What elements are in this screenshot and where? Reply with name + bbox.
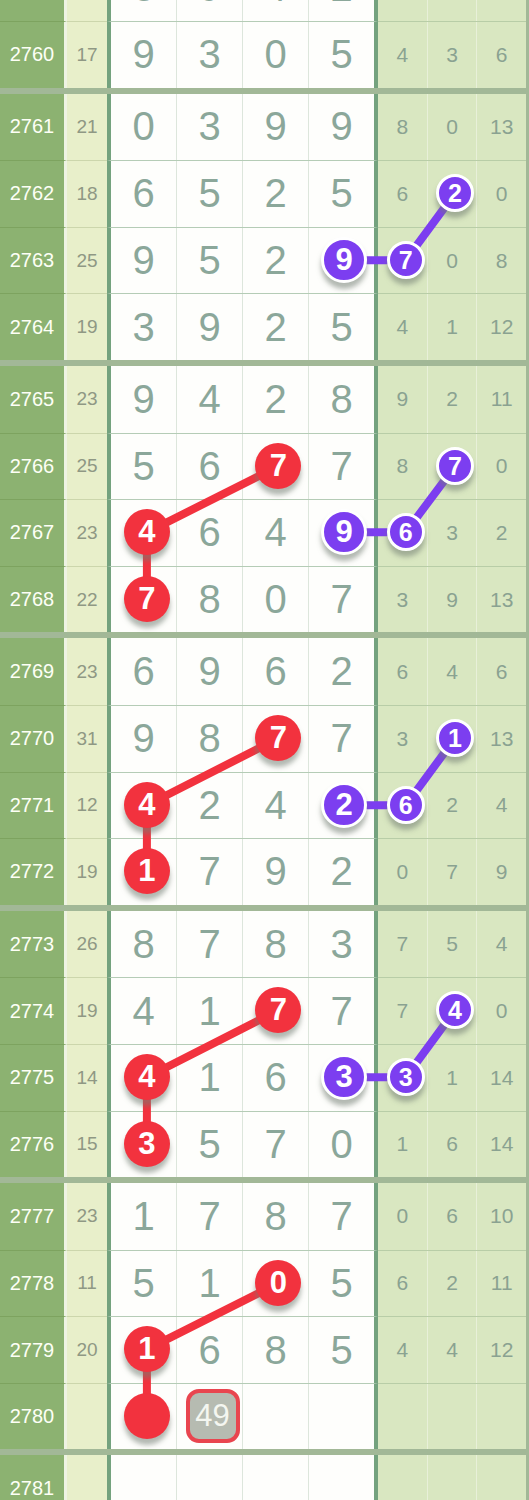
digit-cell <box>308 228 374 294</box>
digit-cell: 6 <box>176 1317 242 1383</box>
digit-cell <box>111 1384 176 1450</box>
stat-cell: 9 <box>476 839 526 905</box>
period-cell: 2778 <box>0 1250 67 1317</box>
stat-cell <box>378 1045 427 1111</box>
stat-cell <box>378 1384 427 1450</box>
sum-cell: 22 <box>67 566 107 633</box>
digit-cell: 2 <box>308 839 374 905</box>
sum-cell: 11 <box>67 1250 107 1317</box>
digit-cell <box>242 706 308 772</box>
stat-cells: 24 <box>378 772 526 839</box>
stat-cells: 4412 <box>378 1316 526 1383</box>
digit-cells: 16 <box>107 1044 378 1111</box>
digit-cells: 567 <box>107 433 378 500</box>
stat-cell: 9 <box>427 567 477 633</box>
period-cell: 2776 <box>0 1111 67 1178</box>
sum-cell <box>67 1383 107 1450</box>
chart-row-inner: 2767236432 <box>0 499 529 566</box>
stat-cells: 32 <box>378 499 526 566</box>
digit-cell: 0 <box>111 94 176 161</box>
digit-cell: 4 <box>176 366 242 433</box>
digit-cells: 9428 <box>107 366 378 433</box>
digit-cell: 6 <box>111 638 176 705</box>
digit-cell: 5 <box>176 228 242 294</box>
digit-cells: 792 <box>107 838 378 905</box>
stat-cell: 6 <box>378 638 427 705</box>
stat-cells: 532 <box>378 0 526 21</box>
stat-cells: 70 <box>378 977 526 1044</box>
trend-chart-board: 2759278942532276017930543627612103998013… <box>0 0 529 1500</box>
stat-cell: 4 <box>378 294 427 360</box>
stat-cell: 11 <box>476 1251 526 1317</box>
chart-row-inner: 276218652560 <box>0 160 529 227</box>
stat-cell <box>378 773 427 839</box>
stat-cell: 13 <box>476 94 526 161</box>
digit-cell: 2 <box>308 0 374 21</box>
digit-cell: 2 <box>242 366 308 433</box>
stat-cell: 12 <box>476 294 526 360</box>
stat-cells <box>378 1455 526 1500</box>
digit-cell: 7 <box>308 1183 374 1250</box>
sum-cell: 23 <box>67 1183 107 1250</box>
digit-cell: 1 <box>111 1183 176 1250</box>
chart-row-inner: 2760179305436 <box>0 21 529 88</box>
sum-cell: 19 <box>67 838 107 905</box>
digit-cell <box>111 1455 176 1500</box>
chart-row-2769: 2769236962646 <box>0 638 529 705</box>
stat-cell: 2 <box>427 1251 477 1317</box>
chart-row-inner: 27641939254112 <box>0 293 529 360</box>
stat-cell: 0 <box>427 94 477 161</box>
chart-row-inner: 2769236962646 <box>0 638 529 705</box>
digit-cells: 807 <box>107 566 378 633</box>
period-cell: 2768 <box>0 566 67 633</box>
stat-cell: 0 <box>476 978 526 1044</box>
digit-cell: 2 <box>242 161 308 227</box>
chart-row-inner: 27612103998013 <box>0 94 529 161</box>
digit-cell <box>111 1317 176 1383</box>
digit-cell: 1 <box>176 1045 242 1111</box>
stat-cells: 9211 <box>378 366 526 433</box>
digit-cell: 5 <box>308 1317 374 1383</box>
chart-row-2777: 27772317870610 <box>0 1183 529 1250</box>
sum-cell: 15 <box>67 1111 107 1178</box>
digit-cell: 0 <box>242 567 308 633</box>
stat-cell <box>476 1455 526 1500</box>
stat-cell <box>427 978 477 1044</box>
stat-cells: 079 <box>378 838 526 905</box>
digit-cell: 2 <box>242 228 308 294</box>
stat-cell <box>427 1455 477 1500</box>
stat-cells: 80 <box>378 433 526 500</box>
period-cell: 2771 <box>0 772 67 839</box>
period-cell: 2765 <box>0 366 67 433</box>
sum-cell: 26 <box>67 911 107 978</box>
chart-row-2770: 277031987313 <box>0 705 529 772</box>
chart-row-2761: 27612103998013 <box>0 94 529 161</box>
digit-cells <box>107 1383 378 1450</box>
stat-cell: 6 <box>378 161 427 227</box>
chart-row-2764: 27641939254112 <box>0 293 529 360</box>
period-cell: 2763 <box>0 227 67 294</box>
digit-cell: 4 <box>242 773 308 839</box>
chart-row-2766: 27662556780 <box>0 433 529 500</box>
stat-cells <box>378 1383 526 1450</box>
sum-cell <box>67 1455 107 1500</box>
digit-cell: 8 <box>111 911 176 978</box>
chart-row-2759: 2759278942532 <box>0 0 529 21</box>
digit-cell: 5 <box>308 22 374 88</box>
stat-cell: 0 <box>476 161 526 227</box>
sum-cell: 25 <box>67 433 107 500</box>
stat-cell: 8 <box>378 434 427 500</box>
stat-cell: 5 <box>427 911 477 978</box>
digit-cell: 4 <box>242 0 308 21</box>
period-cell: 2780 <box>0 1383 67 1450</box>
digit-cell: 2 <box>308 638 374 705</box>
digit-cell <box>308 1384 374 1450</box>
stat-cell <box>427 1384 477 1450</box>
period-cell: 2770 <box>0 705 67 772</box>
stat-cell: 3 <box>427 22 477 88</box>
stat-cell: 9 <box>378 366 427 433</box>
stat-cell: 6 <box>378 1251 427 1317</box>
digit-cells: 3925 <box>107 293 378 360</box>
digit-cell <box>242 434 308 500</box>
digit-cell: 3 <box>308 911 374 978</box>
sum-cell: 20 <box>67 1316 107 1383</box>
stat-cell: 13 <box>476 706 526 772</box>
stat-cells: 8013 <box>378 94 526 161</box>
digit-cell: 9 <box>111 228 176 294</box>
digit-cell <box>242 978 308 1044</box>
chart-row-inner: 2781 <box>0 1455 529 1500</box>
stat-cell: 6 <box>427 1112 477 1178</box>
digit-cells: 24 <box>107 772 378 839</box>
stat-cell: 5 <box>378 0 427 21</box>
chart-row-inner: 2776155701614 <box>0 1111 529 1178</box>
digit-cell: 9 <box>111 366 176 433</box>
stat-cell: 7 <box>378 978 427 1044</box>
digit-cell <box>111 567 176 633</box>
stat-cell: 4 <box>476 773 526 839</box>
stat-cell: 3 <box>378 706 427 772</box>
chart-row-inner: 27741941770 <box>0 977 529 1044</box>
digit-cell: 7 <box>308 978 374 1044</box>
digit-cell: 5 <box>111 434 176 500</box>
digit-cell: 2 <box>242 294 308 360</box>
digit-cell: 9 <box>242 94 308 161</box>
period-cell: 2769 <box>0 638 67 705</box>
digit-cells: 9305 <box>107 21 378 88</box>
digit-cell <box>242 1455 308 1500</box>
stat-cell: 6 <box>476 638 526 705</box>
stat-cell: 1 <box>427 294 477 360</box>
stat-cell: 0 <box>378 1183 427 1250</box>
stat-cell: 7 <box>427 839 477 905</box>
chart-row-inner: 2759278942532 <box>0 0 529 21</box>
stat-cells: 1614 <box>378 1111 526 1178</box>
chart-row-inner: 27632595208 <box>0 227 529 294</box>
stat-cells: 60 <box>378 160 526 227</box>
digit-cell <box>176 1455 242 1500</box>
digit-cell: 0 <box>308 1112 374 1178</box>
period-cell: 2775 <box>0 1044 67 1111</box>
digit-cell: 5 <box>176 161 242 227</box>
sum-cell: 12 <box>67 772 107 839</box>
chart-row-2771: 2771122424 <box>0 772 529 839</box>
chart-row-2780: 2780 <box>0 1383 529 1450</box>
stat-cells: 3913 <box>378 566 526 633</box>
digit-cell: 4 <box>111 978 176 1044</box>
chart-row-2775: 27751416114 <box>0 1044 529 1111</box>
stat-cell <box>378 228 427 294</box>
sum-cell: 23 <box>67 499 107 566</box>
digit-cells: 8783 <box>107 911 378 978</box>
digit-cell: 1 <box>176 1251 242 1317</box>
stat-cell: 6 <box>476 22 526 88</box>
period-cell: 2773 <box>0 911 67 978</box>
chart-row-2768: 2768228073913 <box>0 566 529 633</box>
digit-cell: 2 <box>176 773 242 839</box>
digit-cell: 3 <box>176 94 242 161</box>
chart-row-2772: 277219792079 <box>0 838 529 905</box>
digit-cells: 6962 <box>107 638 378 705</box>
sum-cell: 19 <box>67 293 107 360</box>
digit-cell: 7 <box>308 434 374 500</box>
digit-cell: 8 <box>176 706 242 772</box>
stat-cell: 8 <box>378 94 427 161</box>
stat-cell: 4 <box>427 1317 477 1383</box>
digit-cells: 6525 <box>107 160 378 227</box>
period-cell: 2772 <box>0 838 67 905</box>
sum-cell: 23 <box>67 638 107 705</box>
chart-row-inner: 27662556780 <box>0 433 529 500</box>
digit-cells: 685 <box>107 1316 378 1383</box>
stat-cell: 13 <box>476 567 526 633</box>
stat-cell <box>427 161 477 227</box>
digit-cells: 64 <box>107 499 378 566</box>
digit-cell <box>111 1112 176 1178</box>
digit-cell: 8 <box>111 0 176 21</box>
period-cell: 2760 <box>0 21 67 88</box>
stat-cell <box>378 1455 427 1500</box>
stat-cells: 646 <box>378 638 526 705</box>
digit-cells: 987 <box>107 705 378 772</box>
stat-cell: 6 <box>427 1183 477 1250</box>
sum-cell: 14 <box>67 1044 107 1111</box>
stat-cell: 10 <box>476 1183 526 1250</box>
stat-cell: 0 <box>378 839 427 905</box>
period-cell: 2779 <box>0 1316 67 1383</box>
stat-cell: 2 <box>476 500 526 566</box>
chart-row-2781: 2781 <box>0 1455 529 1500</box>
stat-cells: 0610 <box>378 1183 526 1250</box>
digit-cell: 6 <box>242 1045 308 1111</box>
sum-cell: 23 <box>67 366 107 433</box>
period-cell: 2767 <box>0 499 67 566</box>
stat-cell: 4 <box>378 22 427 88</box>
stat-cells: 4112 <box>378 293 526 360</box>
stat-cell: 2 <box>427 366 477 433</box>
stat-cell: 2 <box>476 0 526 21</box>
chart-row-inner: 2773268783754 <box>0 911 529 978</box>
digit-cell <box>308 500 374 566</box>
chart-row-inner: 2779206854412 <box>0 1316 529 1383</box>
chart-row-inner: 27652394289211 <box>0 366 529 433</box>
stat-cell <box>476 1384 526 1450</box>
stat-cell: 12 <box>476 1317 526 1383</box>
chart-row-2765: 27652394289211 <box>0 366 529 433</box>
stat-cells: 114 <box>378 1044 526 1111</box>
digit-cell <box>111 839 176 905</box>
digit-cells: 0399 <box>107 94 378 161</box>
sum-cell: 21 <box>67 94 107 161</box>
chart-row-inner: 27772317870610 <box>0 1183 529 1250</box>
chart-row-inner: 2771122424 <box>0 772 529 839</box>
stat-cells: 313 <box>378 705 526 772</box>
stat-cell: 1 <box>427 1045 477 1111</box>
sum-cell: 27 <box>67 0 107 21</box>
stat-cell <box>378 500 427 566</box>
digit-cell: 6 <box>111 161 176 227</box>
sum-cell: 25 <box>67 227 107 294</box>
digit-cell: 8 <box>242 1183 308 1250</box>
digit-cell: 8 <box>242 1317 308 1383</box>
digit-cell <box>111 1045 176 1111</box>
stat-cell: 4 <box>427 638 477 705</box>
stat-cell <box>427 706 477 772</box>
digit-cell: 7 <box>242 1112 308 1178</box>
chart-row-2774: 27741941770 <box>0 977 529 1044</box>
chart-row-2767: 2767236432 <box>0 499 529 566</box>
digit-cell: 8 <box>308 366 374 433</box>
digit-cell: 7 <box>176 1183 242 1250</box>
digit-cell: 8 <box>176 567 242 633</box>
digit-cells: 8942 <box>107 0 378 21</box>
sum-cell: 31 <box>67 705 107 772</box>
digit-cells: 417 <box>107 977 378 1044</box>
chart-row-2776: 2776155701614 <box>0 1111 529 1178</box>
stat-cell: 0 <box>427 228 477 294</box>
digit-cell <box>111 773 176 839</box>
digit-cell <box>242 1384 308 1450</box>
chart-row-2760: 2760179305436 <box>0 21 529 88</box>
digit-cell: 5 <box>111 1251 176 1317</box>
chart-row-inner: 277031987313 <box>0 705 529 772</box>
digit-cell: 4 <box>242 500 308 566</box>
chart-row-2773: 2773268783754 <box>0 911 529 978</box>
digit-cells <box>107 1455 378 1500</box>
stat-cell: 11 <box>476 366 526 433</box>
stat-cell: 2 <box>427 773 477 839</box>
period-cell: 2777 <box>0 1183 67 1250</box>
digit-cell: 9 <box>111 22 176 88</box>
stat-cells: 754 <box>378 911 526 978</box>
period-cell: 2764 <box>0 293 67 360</box>
digit-cells: 515 <box>107 1250 378 1317</box>
period-cell: 2766 <box>0 433 67 500</box>
digit-cell: 3 <box>176 22 242 88</box>
digit-cell: 8 <box>242 911 308 978</box>
digit-cell <box>111 500 176 566</box>
digit-cell: 7 <box>308 706 374 772</box>
digit-cell: 5 <box>176 1112 242 1178</box>
digit-cell: 7 <box>176 911 242 978</box>
digit-cell <box>242 1251 308 1317</box>
stat-cell: 4 <box>476 911 526 978</box>
digit-cell: 6 <box>176 434 242 500</box>
chart-row-inner: 2780 <box>0 1383 529 1450</box>
chart-row-inner: 277219792079 <box>0 838 529 905</box>
digit-cells: 1787 <box>107 1183 378 1250</box>
stat-cell: 3 <box>378 567 427 633</box>
chart-row-2763: 27632595208 <box>0 227 529 294</box>
stat-cell: 3 <box>427 0 477 21</box>
period-cell: 2761 <box>0 94 67 161</box>
digit-cell: 9 <box>111 706 176 772</box>
digit-cell <box>308 773 374 839</box>
digit-cell <box>308 1455 374 1500</box>
stat-cells: 436 <box>378 21 526 88</box>
stat-cell: 0 <box>476 434 526 500</box>
stat-cell: 8 <box>476 228 526 294</box>
digit-cell: 1 <box>176 978 242 1044</box>
digit-cell: 0 <box>242 22 308 88</box>
chart-row-2778: 2778115156211 <box>0 1250 529 1317</box>
digit-cell: 6 <box>176 500 242 566</box>
stat-cell: 3 <box>427 500 477 566</box>
digit-cell: 9 <box>176 0 242 21</box>
period-cell: 2774 <box>0 977 67 1044</box>
stat-cell: 14 <box>476 1045 526 1111</box>
digit-cell <box>308 1045 374 1111</box>
digit-cell: 3 <box>111 294 176 360</box>
period-cell: 2762 <box>0 160 67 227</box>
digit-cells: 952 <box>107 227 378 294</box>
digit-cell: 9 <box>176 294 242 360</box>
chart-row-inner: 27751416114 <box>0 1044 529 1111</box>
chart-row-inner: 2778115156211 <box>0 1250 529 1317</box>
period-cell: 2759 <box>0 0 67 21</box>
chart-row-2762: 276218652560 <box>0 160 529 227</box>
digit-cell: 9 <box>242 839 308 905</box>
digit-cell: 9 <box>308 94 374 161</box>
digit-cell: 6 <box>242 638 308 705</box>
sum-cell: 18 <box>67 160 107 227</box>
stat-cell: 14 <box>476 1112 526 1178</box>
period-cell: 2781 <box>0 1455 67 1500</box>
stat-cells: 6211 <box>378 1250 526 1317</box>
stat-cell: 7 <box>378 911 427 978</box>
digit-cells: 570 <box>107 1111 378 1178</box>
chart-row-2779: 2779206854412 <box>0 1316 529 1383</box>
digit-cell <box>176 1384 242 1450</box>
sum-cell: 19 <box>67 977 107 1044</box>
chart-row-inner: 2768228073913 <box>0 566 529 633</box>
digit-cell: 5 <box>308 294 374 360</box>
digit-cell: 5 <box>308 161 374 227</box>
digit-cell: 9 <box>176 638 242 705</box>
digit-cell: 5 <box>308 1251 374 1317</box>
stat-cells: 08 <box>378 227 526 294</box>
stat-cell <box>427 434 477 500</box>
stat-cell: 1 <box>378 1112 427 1178</box>
stat-cell: 4 <box>378 1317 427 1383</box>
digit-cell: 7 <box>308 567 374 633</box>
digit-cell: 7 <box>176 839 242 905</box>
sum-cell: 17 <box>67 21 107 88</box>
